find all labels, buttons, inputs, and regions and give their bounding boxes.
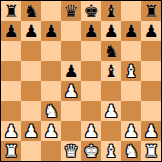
square-a8[interactable]: ♜ — [1, 1, 21, 21]
square-d3[interactable] — [61, 101, 81, 121]
square-d4[interactable]: ♟ — [61, 81, 81, 101]
white-pawn[interactable]: ♟ — [43, 121, 58, 141]
square-h4[interactable] — [141, 81, 161, 101]
square-c8[interactable] — [41, 1, 61, 21]
black-knight[interactable]: ♞ — [23, 1, 38, 21]
black-pawn[interactable]: ♟ — [103, 21, 118, 41]
square-a1[interactable]: ♜ — [1, 141, 21, 161]
square-f7[interactable]: ♟ — [101, 21, 121, 41]
square-f6[interactable]: ♞ — [101, 41, 121, 61]
square-e7[interactable]: ♟ — [81, 21, 101, 41]
white-rook[interactable]: ♜ — [3, 141, 18, 161]
square-g4[interactable] — [121, 81, 141, 101]
black-pawn[interactable]: ♟ — [3, 21, 18, 41]
black-queen[interactable]: ♛ — [63, 1, 78, 21]
black-pawn[interactable]: ♟ — [143, 21, 158, 41]
square-d2[interactable] — [61, 121, 81, 141]
white-knight[interactable]: ♞ — [123, 141, 138, 161]
square-h3[interactable] — [141, 101, 161, 121]
black-pawn[interactable]: ♟ — [123, 21, 138, 41]
white-pawn[interactable]: ♟ — [143, 121, 158, 141]
square-e3[interactable] — [81, 101, 101, 121]
square-g5[interactable]: ♝ — [121, 61, 141, 81]
black-bishop[interactable]: ♝ — [103, 61, 118, 81]
square-h5[interactable] — [141, 61, 161, 81]
square-h1[interactable]: ♜ — [141, 141, 161, 161]
square-g7[interactable]: ♟ — [121, 21, 141, 41]
square-g2[interactable]: ♟ — [121, 121, 141, 141]
white-pawn[interactable]: ♟ — [3, 121, 18, 141]
square-e1[interactable]: ♚ — [81, 141, 101, 161]
white-king[interactable]: ♚ — [83, 141, 98, 161]
square-c4[interactable] — [41, 81, 61, 101]
square-b4[interactable] — [21, 81, 41, 101]
square-a4[interactable] — [1, 81, 21, 101]
square-h6[interactable] — [141, 41, 161, 61]
white-pawn[interactable]: ♟ — [103, 101, 118, 121]
white-pawn[interactable]: ♟ — [83, 121, 98, 141]
square-g8[interactable] — [121, 1, 141, 21]
square-c5[interactable] — [41, 61, 61, 81]
chess-board: ♜♞♛♚♝♜♟♟♟♟♟♟♟♞♟♝♝♟♞♟♟♟♟♟♟♟♜♛♚♝♞♜ — [0, 0, 162, 162]
white-knight[interactable]: ♞ — [43, 101, 58, 121]
square-c7[interactable]: ♟ — [41, 21, 61, 41]
black-rook[interactable]: ♜ — [3, 1, 18, 21]
square-h8[interactable]: ♜ — [141, 1, 161, 21]
square-c6[interactable] — [41, 41, 61, 61]
black-rook[interactable]: ♜ — [143, 1, 158, 21]
black-king[interactable]: ♚ — [83, 1, 98, 21]
square-b6[interactable] — [21, 41, 41, 61]
square-f5[interactable]: ♝ — [101, 61, 121, 81]
square-d7[interactable] — [61, 21, 81, 41]
square-a7[interactable]: ♟ — [1, 21, 21, 41]
black-pawn[interactable]: ♟ — [63, 61, 78, 81]
square-d1[interactable]: ♛ — [61, 141, 81, 161]
square-h2[interactable]: ♟ — [141, 121, 161, 141]
square-f1[interactable]: ♝ — [101, 141, 121, 161]
square-a3[interactable] — [1, 101, 21, 121]
square-a6[interactable] — [1, 41, 21, 61]
square-b1[interactable] — [21, 141, 41, 161]
square-d5[interactable]: ♟ — [61, 61, 81, 81]
white-bishop[interactable]: ♝ — [103, 141, 118, 161]
white-bishop[interactable]: ♝ — [123, 61, 138, 81]
square-g1[interactable]: ♞ — [121, 141, 141, 161]
white-pawn[interactable]: ♟ — [123, 121, 138, 141]
square-b3[interactable] — [21, 101, 41, 121]
square-b7[interactable]: ♟ — [21, 21, 41, 41]
white-pawn[interactable]: ♟ — [23, 121, 38, 141]
square-d6[interactable] — [61, 41, 81, 61]
square-a5[interactable] — [1, 61, 21, 81]
square-e8[interactable]: ♚ — [81, 1, 101, 21]
square-h7[interactable]: ♟ — [141, 21, 161, 41]
square-g6[interactable] — [121, 41, 141, 61]
black-pawn[interactable]: ♟ — [43, 21, 58, 41]
square-g3[interactable] — [121, 101, 141, 121]
black-pawn[interactable]: ♟ — [83, 21, 98, 41]
square-b2[interactable]: ♟ — [21, 121, 41, 141]
white-rook[interactable]: ♜ — [143, 141, 158, 161]
square-f2[interactable] — [101, 121, 121, 141]
square-c1[interactable] — [41, 141, 61, 161]
square-b8[interactable]: ♞ — [21, 1, 41, 21]
square-a2[interactable]: ♟ — [1, 121, 21, 141]
square-e6[interactable] — [81, 41, 101, 61]
square-d8[interactable]: ♛ — [61, 1, 81, 21]
square-e4[interactable] — [81, 81, 101, 101]
square-b5[interactable] — [21, 61, 41, 81]
square-e5[interactable] — [81, 61, 101, 81]
square-c2[interactable]: ♟ — [41, 121, 61, 141]
square-f3[interactable]: ♟ — [101, 101, 121, 121]
square-f4[interactable] — [101, 81, 121, 101]
square-c3[interactable]: ♞ — [41, 101, 61, 121]
white-pawn[interactable]: ♟ — [63, 81, 78, 101]
black-knight[interactable]: ♞ — [103, 41, 118, 61]
black-pawn[interactable]: ♟ — [23, 21, 38, 41]
white-queen[interactable]: ♛ — [63, 141, 78, 161]
black-bishop[interactable]: ♝ — [103, 1, 118, 21]
square-f8[interactable]: ♝ — [101, 1, 121, 21]
square-e2[interactable]: ♟ — [81, 121, 101, 141]
